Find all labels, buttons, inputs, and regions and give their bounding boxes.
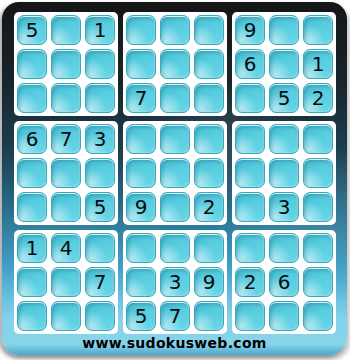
cell-r3c9[interactable]: 2 (303, 83, 333, 113)
cell-r6c4[interactable]: 9 (126, 192, 156, 222)
cell-r8c2[interactable] (51, 267, 81, 297)
cell-r5c2[interactable] (51, 158, 81, 188)
cell-r8c9[interactable] (303, 267, 333, 297)
cell-r1c5[interactable] (160, 15, 190, 45)
box-2-2: 92 (123, 121, 227, 225)
cell-r2c1[interactable] (17, 49, 47, 79)
cell-r1c3[interactable]: 1 (85, 15, 115, 45)
cell-r4c1[interactable]: 6 (17, 124, 47, 154)
cell-r7c7[interactable] (235, 233, 265, 263)
cell-r8c3[interactable]: 7 (85, 267, 115, 297)
cell-r9c1[interactable] (17, 301, 47, 331)
cell-r3c3[interactable] (85, 83, 115, 113)
cell-r5c8[interactable] (269, 158, 299, 188)
cell-r6c3[interactable]: 5 (85, 192, 115, 222)
cell-r2c8[interactable] (269, 49, 299, 79)
cell-r5c3[interactable] (85, 158, 115, 188)
cell-r8c8[interactable]: 6 (269, 267, 299, 297)
cell-r6c5[interactable] (160, 192, 190, 222)
cell-r9c5[interactable]: 7 (160, 301, 190, 331)
cell-r9c4[interactable]: 5 (126, 301, 156, 331)
cell-r6c8[interactable]: 3 (269, 192, 299, 222)
cell-r9c9[interactable] (303, 301, 333, 331)
sudoku-board: 517961526735923147395726 www.sudokusweb.… (2, 2, 347, 355)
cell-r5c6[interactable] (194, 158, 224, 188)
cell-r6c6[interactable]: 2 (194, 192, 224, 222)
cell-r2c9[interactable]: 1 (303, 49, 333, 79)
cell-r1c7[interactable]: 9 (235, 15, 265, 45)
box-1-1: 51 (14, 12, 118, 116)
cell-r3c4[interactable]: 7 (126, 83, 156, 113)
cell-r2c4[interactable] (126, 49, 156, 79)
cell-r3c8[interactable]: 5 (269, 83, 299, 113)
cell-r4c5[interactable] (160, 124, 190, 154)
cell-r3c1[interactable] (17, 83, 47, 113)
cell-r5c4[interactable] (126, 158, 156, 188)
cell-r2c7[interactable]: 6 (235, 49, 265, 79)
box-3-3: 26 (232, 230, 336, 334)
cell-r9c8[interactable] (269, 301, 299, 331)
cell-r4c3[interactable]: 3 (85, 124, 115, 154)
cell-r5c1[interactable] (17, 158, 47, 188)
cell-r9c6[interactable] (194, 301, 224, 331)
cell-r5c5[interactable] (160, 158, 190, 188)
cell-r6c9[interactable] (303, 192, 333, 222)
sudoku-grid: 517961526735923147395726 (14, 12, 336, 334)
cell-r8c6[interactable]: 9 (194, 267, 224, 297)
cell-r1c6[interactable] (194, 15, 224, 45)
cell-r5c9[interactable] (303, 158, 333, 188)
cell-r4c7[interactable] (235, 124, 265, 154)
cell-r8c1[interactable] (17, 267, 47, 297)
cell-r9c2[interactable] (51, 301, 81, 331)
cell-r4c4[interactable] (126, 124, 156, 154)
cell-r3c2[interactable] (51, 83, 81, 113)
box-2-1: 6735 (14, 121, 118, 225)
cell-r9c7[interactable] (235, 301, 265, 331)
cell-r1c9[interactable] (303, 15, 333, 45)
cell-r1c4[interactable] (126, 15, 156, 45)
cell-r8c4[interactable] (126, 267, 156, 297)
cell-r1c1[interactable]: 5 (17, 15, 47, 45)
cell-r2c2[interactable] (51, 49, 81, 79)
cell-r7c1[interactable]: 1 (17, 233, 47, 263)
website-url: www.sudokusweb.com (2, 335, 347, 351)
cell-r3c5[interactable] (160, 83, 190, 113)
cell-r4c8[interactable] (269, 124, 299, 154)
sudoku-page: 517961526735923147395726 www.sudokusweb.… (0, 0, 350, 360)
cell-r7c8[interactable] (269, 233, 299, 263)
cell-r6c2[interactable] (51, 192, 81, 222)
cell-r7c6[interactable] (194, 233, 224, 263)
box-1-2: 7 (123, 12, 227, 116)
box-2-3: 3 (232, 121, 336, 225)
cell-r4c6[interactable] (194, 124, 224, 154)
cell-r4c9[interactable] (303, 124, 333, 154)
cell-r7c9[interactable] (303, 233, 333, 263)
cell-r1c8[interactable] (269, 15, 299, 45)
cell-r8c5[interactable]: 3 (160, 267, 190, 297)
cell-r6c7[interactable] (235, 192, 265, 222)
cell-r3c6[interactable] (194, 83, 224, 113)
cell-r7c3[interactable] (85, 233, 115, 263)
cell-r3c7[interactable] (235, 83, 265, 113)
cell-r4c2[interactable]: 7 (51, 124, 81, 154)
cell-r7c4[interactable] (126, 233, 156, 263)
cell-r2c5[interactable] (160, 49, 190, 79)
cell-r1c2[interactable] (51, 15, 81, 45)
cell-r2c3[interactable] (85, 49, 115, 79)
cell-r7c2[interactable]: 4 (51, 233, 81, 263)
cell-r8c7[interactable]: 2 (235, 267, 265, 297)
cell-r9c3[interactable] (85, 301, 115, 331)
box-1-3: 96152 (232, 12, 336, 116)
cell-r2c6[interactable] (194, 49, 224, 79)
box-3-2: 3957 (123, 230, 227, 334)
box-3-1: 147 (14, 230, 118, 334)
cell-r6c1[interactable] (17, 192, 47, 222)
cell-r7c5[interactable] (160, 233, 190, 263)
cell-r5c7[interactable] (235, 158, 265, 188)
